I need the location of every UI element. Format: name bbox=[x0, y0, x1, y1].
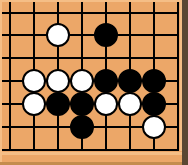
frame-shadow-right bbox=[182, 0, 188, 165]
frame-highlight-left bbox=[0, 0, 2, 162]
black-stone bbox=[142, 92, 166, 116]
frame-shadow-bottom bbox=[0, 162, 188, 165]
grid-line-horizontal-2 bbox=[0, 34, 179, 36]
black-stone bbox=[142, 69, 166, 93]
black-stone bbox=[46, 92, 70, 116]
grid-line-horizontal-1 bbox=[0, 12, 179, 14]
frame-highlight-bottom-inner bbox=[0, 152, 182, 155]
white-stone bbox=[46, 23, 70, 47]
white-stone bbox=[94, 92, 118, 116]
grid-line-horizontal-3 bbox=[0, 57, 179, 59]
black-stone bbox=[70, 115, 94, 139]
frame-highlight-top bbox=[0, 0, 188, 2]
white-stone bbox=[46, 69, 70, 93]
white-stone bbox=[22, 92, 46, 116]
white-stone bbox=[70, 69, 94, 93]
grid-line-vertical-1 bbox=[9, 0, 11, 151]
black-stone bbox=[118, 69, 142, 93]
white-stone bbox=[142, 115, 166, 139]
black-stone bbox=[94, 69, 118, 93]
white-stone bbox=[22, 69, 46, 93]
white-stone bbox=[118, 92, 142, 116]
go-board[interactable] bbox=[0, 0, 188, 165]
grid-line-vertical-8 bbox=[177, 0, 179, 151]
black-stone bbox=[94, 23, 118, 47]
grid-line-horizontal-7 bbox=[0, 149, 179, 151]
black-stone bbox=[70, 92, 94, 116]
